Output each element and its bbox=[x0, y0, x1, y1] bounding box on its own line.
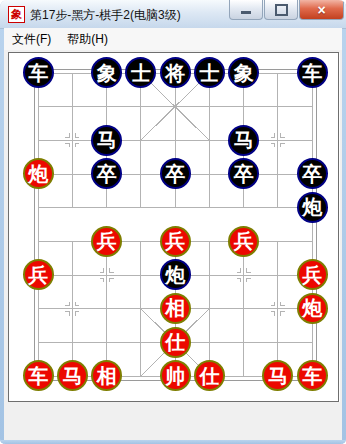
minimize-icon bbox=[241, 11, 251, 14]
piece-red-cannon[interactable]: 炮 bbox=[23, 158, 54, 189]
menu-bar: 文件(F) 帮助(H) bbox=[4, 28, 342, 50]
xiangqi-board: 车象士将士象车马马炮卒卒卒卒炮兵兵兵兵炮兵相炮仕车马相帅仕马车 bbox=[8, 52, 339, 402]
piece-red-soldier[interactable]: 兵 bbox=[228, 226, 259, 257]
app-icon: 象 bbox=[8, 6, 25, 23]
window-border bbox=[0, 440, 346, 444]
window-border bbox=[342, 0, 346, 444]
piece-black-soldier[interactable]: 卒 bbox=[228, 158, 259, 189]
piece-black-cannon[interactable]: 炮 bbox=[160, 259, 191, 290]
piece-red-soldier[interactable]: 兵 bbox=[23, 259, 54, 290]
piece-red-chariot[interactable]: 车 bbox=[297, 360, 328, 391]
minimize-button[interactable] bbox=[229, 0, 263, 20]
menu-help[interactable]: 帮助(H) bbox=[59, 28, 116, 51]
piece-black-advisor[interactable]: 士 bbox=[125, 57, 156, 88]
piece-black-general[interactable]: 将 bbox=[160, 57, 191, 88]
piece-black-chariot[interactable]: 车 bbox=[23, 57, 54, 88]
piece-black-elephant[interactable]: 象 bbox=[91, 57, 122, 88]
piece-layer: 车象士将士象车马马炮卒卒卒卒炮兵兵兵兵炮兵相炮仕车马相帅仕马车 bbox=[21, 56, 329, 393]
caption-buttons: × bbox=[229, 0, 344, 20]
piece-red-soldier[interactable]: 兵 bbox=[160, 226, 191, 257]
piece-red-horse[interactable]: 马 bbox=[262, 360, 293, 391]
piece-red-soldier[interactable]: 兵 bbox=[297, 259, 328, 290]
piece-black-advisor[interactable]: 士 bbox=[194, 57, 225, 88]
piece-black-soldier[interactable]: 卒 bbox=[297, 158, 328, 189]
piece-red-elephant[interactable]: 相 bbox=[160, 293, 191, 324]
maximize-icon bbox=[275, 4, 288, 16]
piece-black-elephant[interactable]: 象 bbox=[228, 57, 259, 88]
close-icon: × bbox=[317, 3, 325, 17]
maximize-button[interactable] bbox=[264, 0, 298, 20]
piece-red-soldier[interactable]: 兵 bbox=[91, 226, 122, 257]
app-window: 象 第17步-黑方-棋手2(电脑3级) × 文件(F) 帮助(H) 车象士将士象… bbox=[0, 0, 346, 444]
piece-red-elephant[interactable]: 相 bbox=[91, 360, 122, 391]
piece-red-advisor[interactable]: 仕 bbox=[194, 360, 225, 391]
piece-red-advisor[interactable]: 仕 bbox=[160, 327, 191, 358]
piece-black-chariot[interactable]: 车 bbox=[297, 57, 328, 88]
menu-file[interactable]: 文件(F) bbox=[4, 28, 59, 51]
piece-red-general[interactable]: 帅 bbox=[160, 360, 191, 391]
piece-red-chariot[interactable]: 车 bbox=[23, 360, 54, 391]
title-bar[interactable]: 象 第17步-黑方-棋手2(电脑3级) × bbox=[0, 0, 346, 29]
window-title: 第17步-黑方-棋手2(电脑3级) bbox=[30, 7, 181, 24]
piece-black-cannon[interactable]: 炮 bbox=[297, 192, 328, 223]
piece-red-cannon[interactable]: 炮 bbox=[297, 293, 328, 324]
piece-black-soldier[interactable]: 卒 bbox=[160, 158, 191, 189]
piece-black-horse[interactable]: 马 bbox=[91, 125, 122, 156]
toolbar: 悔棋 还原 电脑 停止 bbox=[4, 402, 342, 440]
piece-black-soldier[interactable]: 卒 bbox=[91, 158, 122, 189]
window-border bbox=[0, 0, 4, 444]
close-button[interactable]: × bbox=[299, 0, 344, 20]
piece-black-horse[interactable]: 马 bbox=[228, 125, 259, 156]
piece-red-horse[interactable]: 马 bbox=[57, 360, 88, 391]
